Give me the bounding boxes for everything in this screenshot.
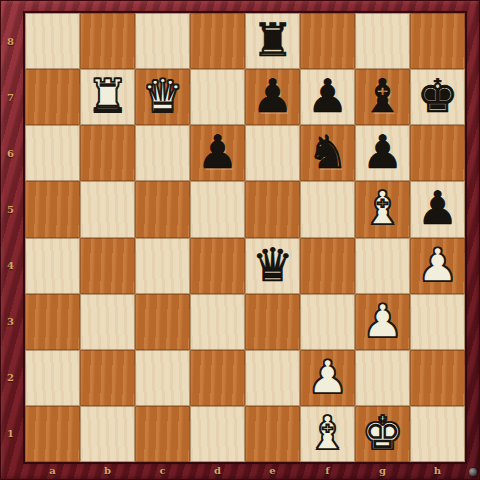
piece-black-rook[interactable]: ♜ (252, 17, 293, 63)
rank-labels: 87654321 (0, 13, 21, 462)
rank-label-7: 7 (7, 92, 14, 103)
square-b7[interactable]: ♜ (80, 69, 135, 125)
file-label-e: e (269, 465, 275, 476)
square-a6[interactable] (25, 125, 80, 181)
square-e7[interactable]: ♟ (245, 69, 300, 125)
square-e1[interactable] (245, 406, 300, 462)
square-c1[interactable] (135, 406, 190, 462)
corner-dot-icon (469, 468, 477, 476)
rank-label-1: 1 (7, 428, 14, 439)
square-f3[interactable] (300, 294, 355, 350)
square-d5[interactable] (190, 181, 245, 237)
rank-label-8: 8 (7, 36, 14, 47)
square-d2[interactable] (190, 350, 245, 406)
square-f5[interactable] (300, 181, 355, 237)
square-d6[interactable]: ♟ (190, 125, 245, 181)
piece-white-pawn[interactable]: ♟ (362, 298, 403, 344)
file-label-c: c (159, 465, 165, 476)
piece-white-king[interactable]: ♚ (362, 410, 403, 456)
square-c4[interactable] (135, 238, 190, 294)
square-e5[interactable] (245, 181, 300, 237)
square-d3[interactable] (190, 294, 245, 350)
square-a8[interactable] (25, 13, 80, 69)
square-a4[interactable] (25, 238, 80, 294)
square-f8[interactable] (300, 13, 355, 69)
file-label-f: f (325, 465, 329, 476)
square-b3[interactable] (80, 294, 135, 350)
square-g3[interactable]: ♟ (355, 294, 410, 350)
square-c7[interactable]: ♛ (135, 69, 190, 125)
piece-white-queen[interactable]: ♛ (142, 73, 183, 119)
square-a5[interactable] (25, 181, 80, 237)
square-e2[interactable] (245, 350, 300, 406)
piece-black-pawn[interactable]: ♟ (417, 185, 458, 231)
square-g2[interactable] (355, 350, 410, 406)
square-g1[interactable]: ♚ (355, 406, 410, 462)
piece-white-rook[interactable]: ♜ (87, 73, 128, 119)
square-b4[interactable] (80, 238, 135, 294)
file-label-b: b (104, 465, 111, 476)
square-e6[interactable] (245, 125, 300, 181)
square-a7[interactable] (25, 69, 80, 125)
square-d7[interactable] (190, 69, 245, 125)
file-label-a: a (49, 465, 55, 476)
square-h1[interactable] (410, 406, 465, 462)
piece-black-pawn[interactable]: ♟ (197, 129, 238, 175)
square-g4[interactable] (355, 238, 410, 294)
square-c2[interactable] (135, 350, 190, 406)
rank-label-4: 4 (7, 260, 14, 271)
file-label-h: h (434, 465, 441, 476)
square-h3[interactable] (410, 294, 465, 350)
piece-black-pawn[interactable]: ♟ (252, 73, 293, 119)
square-h4[interactable]: ♟ (410, 238, 465, 294)
square-e4[interactable]: ♛ (245, 238, 300, 294)
square-c8[interactable] (135, 13, 190, 69)
rank-label-2: 2 (7, 372, 14, 383)
square-h7[interactable]: ♚ (410, 69, 465, 125)
square-f6[interactable]: ♞ (300, 125, 355, 181)
square-a3[interactable] (25, 294, 80, 350)
rank-label-6: 6 (7, 148, 14, 159)
square-d1[interactable] (190, 406, 245, 462)
piece-white-pawn[interactable]: ♟ (417, 242, 458, 288)
square-c3[interactable] (135, 294, 190, 350)
square-f4[interactable] (300, 238, 355, 294)
square-f7[interactable]: ♟ (300, 69, 355, 125)
square-h6[interactable] (410, 125, 465, 181)
piece-white-pawn[interactable]: ♟ (307, 354, 348, 400)
square-a2[interactable] (25, 350, 80, 406)
piece-black-queen[interactable]: ♛ (252, 242, 293, 288)
square-g8[interactable] (355, 13, 410, 69)
file-labels: abcdefgh (25, 462, 465, 479)
square-a1[interactable] (25, 406, 80, 462)
square-g5[interactable]: ♝ (355, 181, 410, 237)
rank-label-5: 5 (7, 204, 14, 215)
piece-black-king[interactable]: ♚ (417, 73, 458, 119)
square-c5[interactable] (135, 181, 190, 237)
square-g7[interactable]: ♝ (355, 69, 410, 125)
board-frame: 87654321 ♜♜♛♟♟♝♚♟♞♟♝♟♛♟♟♟♝♚ abcdefgh (0, 0, 480, 480)
square-b5[interactable] (80, 181, 135, 237)
piece-white-bishop[interactable]: ♝ (307, 410, 348, 456)
square-e8[interactable]: ♜ (245, 13, 300, 69)
square-d4[interactable] (190, 238, 245, 294)
square-b6[interactable] (80, 125, 135, 181)
square-b2[interactable] (80, 350, 135, 406)
square-h8[interactable] (410, 13, 465, 69)
square-d8[interactable] (190, 13, 245, 69)
square-g6[interactable]: ♟ (355, 125, 410, 181)
square-f2[interactable]: ♟ (300, 350, 355, 406)
square-h2[interactable] (410, 350, 465, 406)
square-b1[interactable] (80, 406, 135, 462)
piece-black-pawn[interactable]: ♟ (362, 129, 403, 175)
piece-black-bishop[interactable]: ♝ (362, 73, 403, 119)
square-b8[interactable] (80, 13, 135, 69)
rank-label-3: 3 (7, 316, 14, 327)
square-f1[interactable]: ♝ (300, 406, 355, 462)
square-e3[interactable] (245, 294, 300, 350)
square-h5[interactable]: ♟ (410, 181, 465, 237)
square-c6[interactable] (135, 125, 190, 181)
piece-black-pawn[interactable]: ♟ (307, 73, 348, 119)
chess-board: ♜♜♛♟♟♝♚♟♞♟♝♟♛♟♟♟♝♚ (25, 13, 465, 462)
file-label-g: g (379, 465, 386, 476)
piece-black-knight[interactable]: ♞ (307, 129, 348, 175)
file-label-d: d (214, 465, 221, 476)
piece-white-bishop[interactable]: ♝ (362, 185, 403, 231)
